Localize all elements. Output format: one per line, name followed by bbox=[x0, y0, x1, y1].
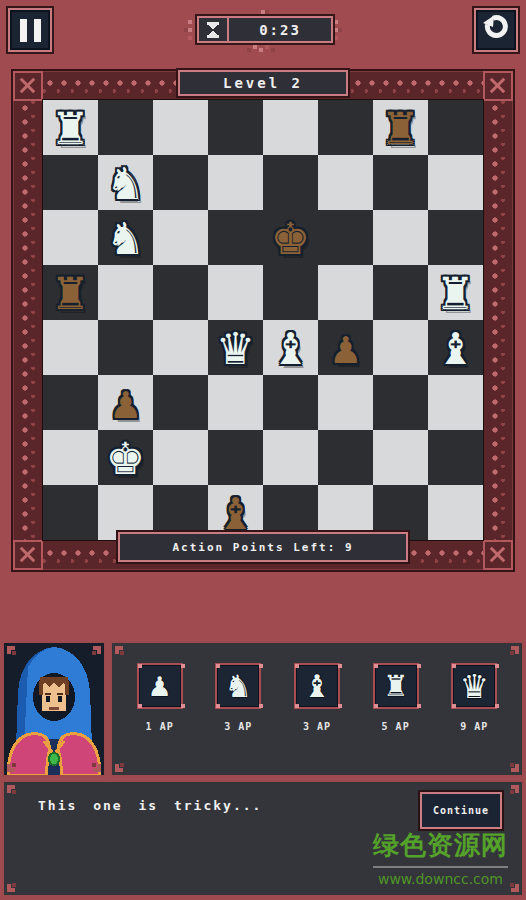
square-g4[interactable] bbox=[373, 320, 428, 375]
square-g3[interactable] bbox=[373, 375, 428, 430]
timer-top-flourish bbox=[261, 10, 265, 14]
restart-icon bbox=[482, 14, 510, 46]
square-c6[interactable] bbox=[153, 210, 208, 265]
corner-ornament bbox=[7, 646, 11, 650]
square-d4[interactable]: ♛ bbox=[208, 320, 263, 375]
square-h8[interactable] bbox=[428, 100, 483, 155]
square-h7[interactable] bbox=[428, 155, 483, 210]
square-h2[interactable] bbox=[428, 430, 483, 485]
shop-item-queen[interactable]: ♛9 AP bbox=[445, 663, 503, 732]
square-g8[interactable]: ♜ bbox=[373, 100, 428, 155]
square-e3[interactable] bbox=[263, 375, 318, 430]
shop-items: ♟1 AP♞3 AP♝3 AP♜5 AP♛9 AP bbox=[110, 641, 524, 777]
character-portrait-panel bbox=[2, 641, 106, 777]
pause-button[interactable] bbox=[8, 8, 52, 52]
square-f7[interactable] bbox=[318, 155, 373, 210]
timer-value: 0:23 bbox=[229, 18, 331, 41]
piece-white-bishop-h4[interactable]: ♝ bbox=[436, 323, 475, 375]
square-d6[interactable] bbox=[208, 210, 263, 265]
square-d5[interactable] bbox=[208, 265, 263, 320]
square-h4[interactable]: ♝ bbox=[428, 320, 483, 375]
timer-left-flourish bbox=[188, 20, 192, 24]
square-a2[interactable] bbox=[43, 430, 98, 485]
knight-icon[interactable]: ♞ bbox=[215, 663, 261, 709]
board-frame: ♜♜♞♞♚♜♜♛♝♟♝♟♚♝ bbox=[13, 71, 513, 570]
square-c4[interactable] bbox=[153, 320, 208, 375]
square-e8[interactable] bbox=[263, 100, 318, 155]
shop-item-rook[interactable]: ♜5 AP bbox=[367, 663, 425, 732]
square-b4[interactable] bbox=[98, 320, 153, 375]
square-e4[interactable]: ♝ bbox=[263, 320, 318, 375]
action-points-label: Action Points Left: 9 bbox=[172, 541, 353, 554]
continue-button[interactable]: Continue bbox=[420, 792, 502, 829]
square-b2[interactable]: ♚ bbox=[98, 430, 153, 485]
shop-item-bishop[interactable]: ♝3 AP bbox=[288, 663, 346, 732]
square-b3[interactable]: ♟ bbox=[98, 375, 153, 430]
frame-ornament-left bbox=[18, 101, 38, 540]
piece-black-pawn-b3[interactable]: ♟ bbox=[109, 382, 142, 430]
timer: 0:23 bbox=[197, 16, 333, 43]
shop-piece-glyph: ♟ bbox=[148, 673, 172, 700]
square-a6[interactable] bbox=[43, 210, 98, 265]
dialog-panel: This one is tricky... Continue 绿色资源网 www… bbox=[2, 780, 524, 897]
square-g7[interactable] bbox=[373, 155, 428, 210]
square-b6[interactable]: ♞ bbox=[98, 210, 153, 265]
frame-corner-icon bbox=[13, 540, 43, 570]
chess-board: ♜♜♞♞♚♜♜♛♝♟♝♟♚♝ bbox=[43, 100, 483, 540]
restart-button[interactable] bbox=[474, 8, 518, 52]
piece-white-rook-h5[interactable]: ♜ bbox=[436, 268, 475, 320]
piece-white-knight-b6[interactable]: ♞ bbox=[106, 213, 145, 265]
square-c5[interactable] bbox=[153, 265, 208, 320]
shop-item-cost: 3 AP bbox=[288, 721, 346, 732]
square-e5[interactable] bbox=[263, 265, 318, 320]
action-points-bar: Action Points Left: 9 bbox=[118, 532, 408, 562]
square-c2[interactable] bbox=[153, 430, 208, 485]
square-h3[interactable] bbox=[428, 375, 483, 430]
square-a8[interactable]: ♜ bbox=[43, 100, 98, 155]
frame-corner-icon bbox=[483, 540, 513, 570]
corner-ornament bbox=[7, 785, 11, 789]
square-d8[interactable] bbox=[208, 100, 263, 155]
watermark: 绿色资源网 www.downcc.com bbox=[373, 828, 508, 887]
shop-piece-glyph: ♛ bbox=[459, 670, 489, 703]
pause-icon bbox=[20, 19, 41, 42]
square-f5[interactable] bbox=[318, 265, 373, 320]
square-f6[interactable] bbox=[318, 210, 373, 265]
dialog-text: This one is tricky... bbox=[38, 798, 262, 813]
shop-piece-glyph: ♞ bbox=[224, 671, 252, 702]
queen-icon[interactable]: ♛ bbox=[451, 663, 497, 709]
piece-black-pawn-f4[interactable]: ♟ bbox=[329, 327, 362, 375]
square-c7[interactable] bbox=[153, 155, 208, 210]
shop-item-cost: 5 AP bbox=[367, 721, 425, 732]
square-h6[interactable] bbox=[428, 210, 483, 265]
square-f3[interactable] bbox=[318, 375, 373, 430]
square-a4[interactable] bbox=[43, 320, 98, 375]
frame-corner-icon bbox=[13, 71, 43, 101]
shop-item-cost: 3 AP bbox=[209, 721, 267, 732]
shop-item-pawn[interactable]: ♟1 AP bbox=[131, 663, 189, 732]
square-c3[interactable] bbox=[153, 375, 208, 430]
corner-ornament bbox=[515, 888, 519, 892]
pawn-icon[interactable]: ♟ bbox=[137, 663, 183, 709]
piece-white-king-b2[interactable]: ♚ bbox=[106, 433, 145, 485]
corner-ornament bbox=[7, 888, 11, 892]
square-c8[interactable] bbox=[153, 100, 208, 155]
square-d7[interactable] bbox=[208, 155, 263, 210]
continue-label: Continue bbox=[433, 805, 489, 816]
shop-piece-glyph: ♝ bbox=[303, 671, 331, 702]
square-e6[interactable]: ♚ bbox=[263, 210, 318, 265]
piece-white-rook-a8[interactable]: ♜ bbox=[51, 103, 90, 155]
watermark-site-url: www.downcc.com bbox=[373, 871, 508, 887]
square-f8[interactable] bbox=[318, 100, 373, 155]
shop-piece-glyph: ♜ bbox=[383, 672, 409, 701]
shop-item-cost: 1 AP bbox=[131, 721, 189, 732]
corner-ornament bbox=[97, 768, 101, 772]
square-a5[interactable]: ♜ bbox=[43, 265, 98, 320]
square-f2[interactable] bbox=[318, 430, 373, 485]
square-a7[interactable] bbox=[43, 155, 98, 210]
corner-ornament bbox=[515, 785, 519, 789]
level-label: Level 2 bbox=[223, 75, 303, 91]
square-b5[interactable] bbox=[98, 265, 153, 320]
piece-white-queen-d4[interactable]: ♛ bbox=[216, 323, 255, 375]
square-a3[interactable] bbox=[43, 375, 98, 430]
bishop-icon[interactable]: ♝ bbox=[294, 663, 340, 709]
level-banner: Level 2 bbox=[178, 70, 348, 96]
piece-white-bishop-e4[interactable]: ♝ bbox=[271, 323, 310, 375]
corner-ornament bbox=[97, 646, 101, 650]
mage-avatar bbox=[4, 643, 104, 775]
hourglass-icon bbox=[199, 18, 229, 41]
watermark-site-name: 绿色资源网 bbox=[373, 828, 508, 868]
square-g2[interactable] bbox=[373, 430, 428, 485]
shop-item-knight[interactable]: ♞3 AP bbox=[209, 663, 267, 732]
square-h5[interactable]: ♜ bbox=[428, 265, 483, 320]
rook-icon[interactable]: ♜ bbox=[373, 663, 419, 709]
piece-black-king-e6[interactable]: ♚ bbox=[271, 213, 310, 265]
piece-white-knight-b7[interactable]: ♞ bbox=[106, 158, 145, 210]
square-e7[interactable] bbox=[263, 155, 318, 210]
frame-ornament-right bbox=[488, 101, 508, 540]
square-b7[interactable]: ♞ bbox=[98, 155, 153, 210]
timer-bottom-flourish bbox=[253, 45, 257, 49]
square-a1[interactable] bbox=[43, 485, 98, 540]
piece-black-rook-g8[interactable]: ♜ bbox=[381, 103, 420, 155]
square-b8[interactable] bbox=[98, 100, 153, 155]
shop-item-cost: 9 AP bbox=[445, 721, 503, 732]
square-h1[interactable] bbox=[428, 485, 483, 540]
square-g5[interactable] bbox=[373, 265, 428, 320]
game-screen: 0:23 ♜♜♞♞♚♜♜♛♝♟♝♟♚♝ Level 2 Action Point… bbox=[0, 0, 526, 900]
corner-ornament bbox=[7, 768, 11, 772]
piece-black-rook-a5[interactable]: ♜ bbox=[51, 268, 90, 320]
square-g6[interactable] bbox=[373, 210, 428, 265]
square-d2[interactable] bbox=[208, 430, 263, 485]
timer-right-flourish bbox=[334, 20, 338, 24]
square-f4[interactable]: ♟ bbox=[318, 320, 373, 375]
frame-corner-icon bbox=[483, 71, 513, 101]
square-d3[interactable] bbox=[208, 375, 263, 430]
square-e2[interactable] bbox=[263, 430, 318, 485]
